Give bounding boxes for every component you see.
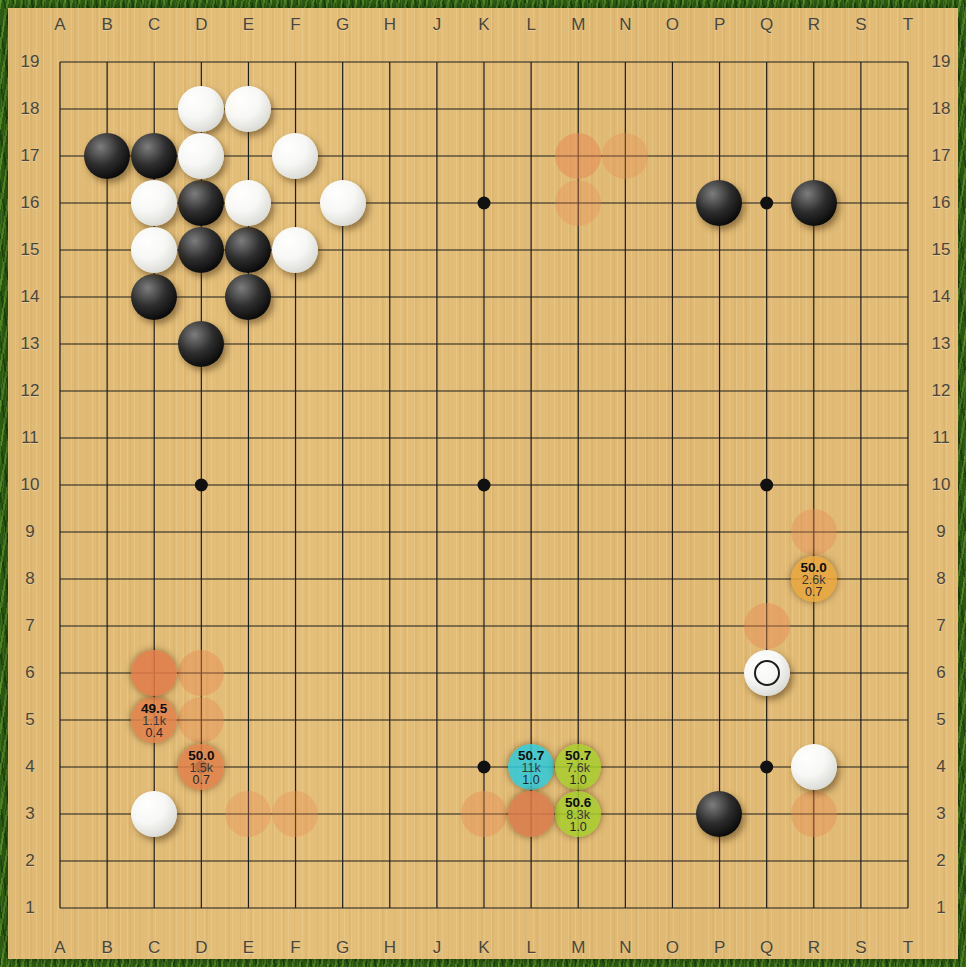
faint-suggestion [791, 791, 837, 837]
stone-black [131, 133, 177, 179]
col-label-top-P: P [714, 15, 725, 35]
col-label-bottom-L: L [526, 938, 535, 958]
faint-suggestion [272, 791, 318, 837]
col-label-top-H: H [384, 15, 396, 35]
row-label-right-9: 9 [936, 522, 945, 542]
candidate-move[interactable]: 50.77.6k1.0 [555, 744, 601, 790]
candidate-winrate: 50.7 [565, 749, 591, 762]
goban[interactable]: AABBCCDDEEFFGGHHJJKKLLMMNNOOPPQQRRSSTT19… [8, 8, 958, 959]
faint-suggestion [178, 650, 224, 696]
candidate-move[interactable]: 50.711k1.0 [508, 744, 554, 790]
candidate-move[interactable]: 50.02.6k0.7 [791, 556, 837, 602]
col-label-bottom-Q: Q [760, 938, 773, 958]
col-label-bottom-R: R [808, 938, 820, 958]
row-label-left-2: 2 [25, 851, 34, 871]
row-label-left-6: 6 [25, 663, 34, 683]
col-label-top-E: E [243, 15, 254, 35]
last-move-marker [754, 660, 780, 686]
col-label-bottom-N: N [619, 938, 631, 958]
row-label-right-16: 16 [932, 193, 951, 213]
row-label-right-1: 1 [936, 898, 945, 918]
col-label-top-C: C [148, 15, 160, 35]
candidate-winrate: 50.0 [801, 561, 827, 574]
col-label-bottom-G: G [336, 938, 349, 958]
row-label-right-3: 3 [936, 804, 945, 824]
stone-black [225, 227, 271, 273]
row-label-left-9: 9 [25, 522, 34, 542]
candidate-visits: 11k [521, 762, 540, 774]
col-label-bottom-E: E [243, 938, 254, 958]
candidate-move[interactable]: 50.68.3k1.0 [555, 791, 601, 837]
col-label-top-R: R [808, 15, 820, 35]
col-label-bottom-P: P [714, 938, 725, 958]
stone-white [178, 133, 224, 179]
stone-black [131, 274, 177, 320]
stone-white [225, 180, 271, 226]
col-label-bottom-B: B [101, 938, 112, 958]
stone-black [178, 180, 224, 226]
go-app-window: AABBCCDDEEFFGGHHJJKKLLMMNNOOPPQQRRSSTT19… [0, 0, 966, 967]
row-label-left-5: 5 [25, 710, 34, 730]
col-label-bottom-J: J [433, 938, 442, 958]
col-label-top-A: A [54, 15, 65, 35]
row-label-right-11: 11 [932, 428, 950, 448]
stone-white [272, 133, 318, 179]
col-label-top-Q: Q [760, 15, 773, 35]
col-label-bottom-F: F [290, 938, 300, 958]
stone-black [696, 791, 742, 837]
faint-suggestion [602, 133, 648, 179]
col-label-top-F: F [290, 15, 300, 35]
candidate-move[interactable]: 49.51.1k0.4 [131, 697, 177, 743]
stone-black [696, 180, 742, 226]
col-label-top-G: G [336, 15, 349, 35]
col-label-bottom-S: S [855, 938, 866, 958]
col-label-top-B: B [101, 15, 112, 35]
candidate-score: 0.7 [805, 586, 822, 598]
board-grid: 50.711k1.050.77.6k1.050.68.3k1.050.02.6k… [36, 39, 931, 932]
stone-black [178, 321, 224, 367]
candidate-winrate: 50.6 [565, 796, 591, 809]
candidate-visits: 2.6k [802, 574, 826, 586]
candidate-winrate: 49.5 [141, 702, 167, 715]
stone-white [131, 180, 177, 226]
col-label-top-D: D [195, 15, 207, 35]
col-label-bottom-D: D [195, 938, 207, 958]
faint-suggestion [555, 133, 601, 179]
row-label-right-14: 14 [932, 287, 951, 307]
faint-suggestion [178, 697, 224, 743]
col-label-top-M: M [571, 15, 585, 35]
row-label-left-3: 3 [25, 804, 34, 824]
candidate-move[interactable] [131, 650, 177, 696]
faint-suggestion [461, 791, 507, 837]
row-label-left-8: 8 [25, 569, 34, 589]
row-label-right-13: 13 [932, 334, 951, 354]
candidate-visits: 1.5k [189, 762, 213, 774]
faint-suggestion [555, 180, 601, 226]
row-label-left-4: 4 [25, 757, 34, 777]
col-label-bottom-M: M [571, 938, 585, 958]
stone-white [744, 650, 790, 696]
row-label-right-2: 2 [936, 851, 945, 871]
row-label-right-7: 7 [936, 616, 945, 636]
candidate-visits: 8.3k [566, 809, 590, 821]
col-label-top-K: K [478, 15, 489, 35]
row-label-right-12: 12 [932, 381, 951, 401]
faint-suggestion [791, 509, 837, 555]
col-label-top-T: T [903, 15, 913, 35]
col-label-bottom-T: T [903, 938, 913, 958]
stone-black [225, 274, 271, 320]
col-label-bottom-H: H [384, 938, 396, 958]
row-label-right-5: 5 [936, 710, 945, 730]
row-label-left-1: 1 [25, 898, 34, 918]
row-label-left-7: 7 [25, 616, 34, 636]
stone-white [131, 227, 177, 273]
row-label-right-19: 19 [932, 52, 951, 72]
candidate-score: 1.0 [569, 821, 586, 833]
col-label-top-J: J [433, 15, 442, 35]
col-label-top-O: O [666, 15, 679, 35]
candidate-score: 1.0 [569, 774, 586, 786]
col-label-top-L: L [526, 15, 535, 35]
row-label-right-10: 10 [932, 475, 951, 495]
row-label-right-18: 18 [932, 99, 951, 119]
row-label-right-6: 6 [936, 663, 945, 683]
candidate-visits: 1.1k [142, 715, 166, 727]
col-label-bottom-K: K [478, 938, 489, 958]
col-label-bottom-C: C [148, 938, 160, 958]
col-label-top-N: N [619, 15, 631, 35]
candidate-winrate: 50.7 [518, 749, 544, 762]
stone-black [178, 227, 224, 273]
stone-white [272, 227, 318, 273]
candidate-winrate: 50.0 [188, 749, 214, 762]
col-label-bottom-O: O [666, 938, 679, 958]
col-label-top-S: S [855, 15, 866, 35]
stone-white [320, 180, 366, 226]
row-label-right-15: 15 [932, 240, 951, 260]
stone-white [178, 86, 224, 132]
stone-black [84, 133, 130, 179]
candidate-move[interactable] [508, 791, 554, 837]
stone-black [791, 180, 837, 226]
faint-suggestion [225, 791, 271, 837]
row-label-right-17: 17 [932, 146, 951, 166]
faint-suggestion [744, 603, 790, 649]
candidate-score: 0.4 [145, 727, 162, 739]
row-label-right-4: 4 [936, 757, 945, 777]
row-label-right-8: 8 [936, 569, 945, 589]
col-label-bottom-A: A [54, 938, 65, 958]
candidate-visits: 7.6k [566, 762, 590, 774]
candidate-score: 1.0 [522, 774, 539, 786]
candidate-score: 0.7 [193, 774, 210, 786]
candidate-move[interactable]: 50.01.5k0.7 [178, 744, 224, 790]
stone-white [225, 86, 271, 132]
stone-white [791, 744, 837, 790]
stone-white [131, 791, 177, 837]
